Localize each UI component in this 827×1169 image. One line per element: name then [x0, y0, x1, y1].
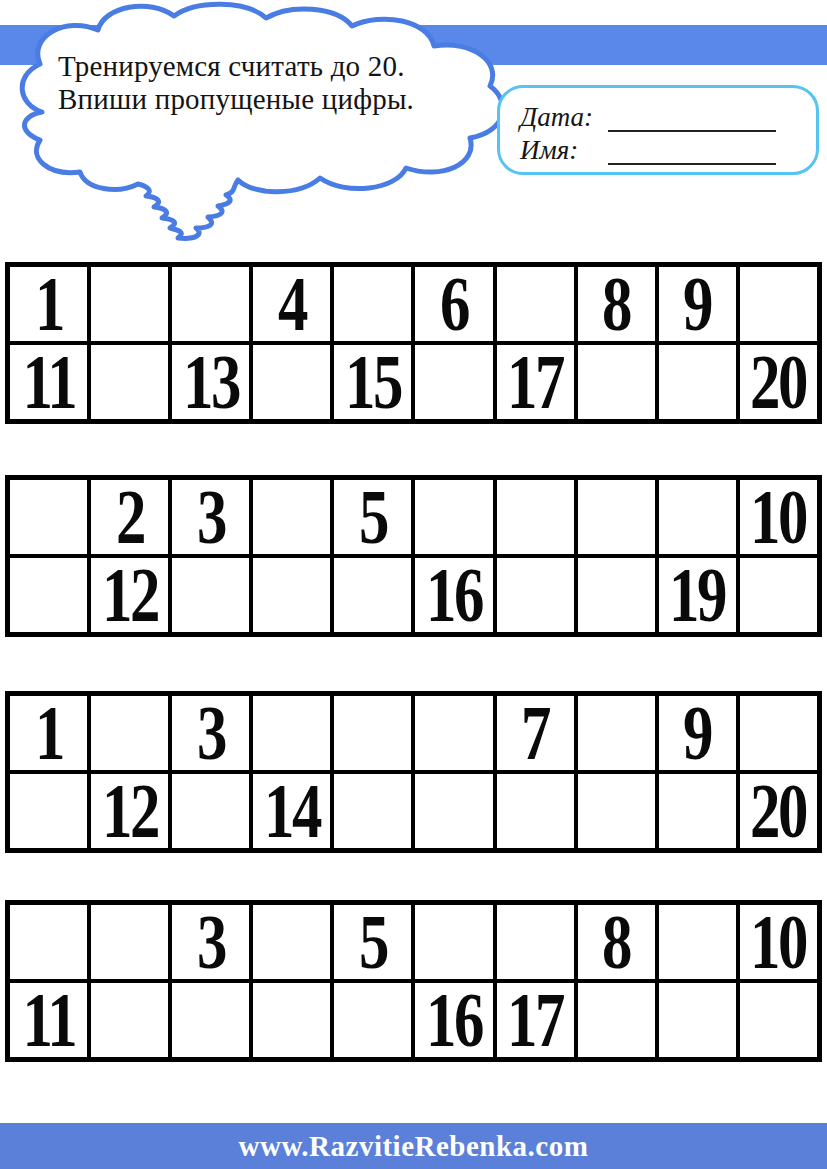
cell-number: 11	[22, 343, 75, 421]
grid1-empty-cell-r1c5[interactable]	[332, 265, 413, 343]
grid3-empty-cell-r2c1[interactable]	[8, 772, 89, 850]
number-grid-4: 35810111617	[5, 900, 822, 1062]
cell-number: 19	[669, 556, 725, 634]
grid1-empty-cell-r2c9[interactable]	[657, 343, 738, 421]
cell-number: 3	[197, 478, 225, 556]
grid1-number-cell-r2c5: 15	[332, 343, 413, 421]
cloud-outline-path	[22, 4, 503, 238]
grid3-number-cell-r2c4: 14	[251, 772, 332, 850]
grid1-number-cell-r2c10: 20	[738, 343, 819, 421]
instruction-line-2: Впиши пропущеные цифры.	[58, 83, 438, 116]
grid3-empty-cell-r2c3[interactable]	[170, 772, 251, 850]
cell-number: 15	[345, 343, 401, 421]
date-label: Дата:	[520, 102, 608, 132]
grid4-empty-cell-r2c3[interactable]	[170, 981, 251, 1059]
number-grid-2: 23510121619	[5, 475, 822, 637]
grid3-number-cell-r2c2: 12	[89, 772, 170, 850]
cell-number: 13	[183, 343, 239, 421]
cell-number: 20	[750, 343, 806, 421]
cell-number: 10	[750, 478, 806, 556]
cell-number: 1	[35, 694, 63, 772]
grid4-empty-cell-r2c8[interactable]	[576, 981, 657, 1059]
grid3-empty-cell-r2c6[interactable]	[413, 772, 494, 850]
cell-number: 9	[683, 694, 711, 772]
cell-number: 17	[507, 343, 563, 421]
grid2-empty-cell-r1c9[interactable]	[657, 478, 738, 556]
grid4-number-cell-r1c5: 5	[332, 903, 413, 981]
grid4-empty-cell-r1c4[interactable]	[251, 903, 332, 981]
cell-number: 14	[264, 772, 320, 850]
grid2-number-cell-r2c2: 12	[89, 556, 170, 634]
grid4-empty-cell-r2c5[interactable]	[332, 981, 413, 1059]
grid2-empty-cell-r2c3[interactable]	[170, 556, 251, 634]
grid2-empty-cell-r2c10[interactable]	[738, 556, 819, 634]
cell-number: 12	[102, 772, 158, 850]
speech-bubble-cloud	[0, 0, 520, 245]
grid4-empty-cell-r2c4[interactable]	[251, 981, 332, 1059]
date-input-line[interactable]	[608, 104, 776, 132]
grid1-number-cell-r1c8: 8	[576, 265, 657, 343]
grid4-number-cell-r2c1: 11	[8, 981, 89, 1059]
grid4-number-cell-r1c10: 10	[738, 903, 819, 981]
grid1-empty-cell-r1c3[interactable]	[170, 265, 251, 343]
grid1-number-cell-r2c1: 11	[8, 343, 89, 421]
grid1-number-cell-r1c6: 6	[413, 265, 494, 343]
date-row: Дата:	[520, 99, 816, 132]
date-name-box: Дата: Имя:	[497, 85, 819, 175]
grid4-empty-cell-r1c1[interactable]	[8, 903, 89, 981]
cell-number: 17	[507, 981, 563, 1059]
name-label: Имя:	[520, 135, 608, 165]
grid2-number-cell-r1c2: 2	[89, 478, 170, 556]
grid3-empty-cell-r2c9[interactable]	[657, 772, 738, 850]
grid2-number-cell-r2c6: 16	[413, 556, 494, 634]
grid3-number-cell-r1c3: 3	[170, 694, 251, 772]
grid3-number-cell-r1c7: 7	[495, 694, 576, 772]
grid3-empty-cell-r1c4[interactable]	[251, 694, 332, 772]
grid1-empty-cell-r1c10[interactable]	[738, 265, 819, 343]
name-row: Имя:	[520, 132, 816, 165]
grid1-empty-cell-r2c6[interactable]	[413, 343, 494, 421]
grid3-number-cell-r1c9: 9	[657, 694, 738, 772]
grid2-empty-cell-r2c4[interactable]	[251, 556, 332, 634]
grid4-number-cell-r2c7: 17	[495, 981, 576, 1059]
grid1-number-cell-r2c7: 17	[495, 343, 576, 421]
cell-number: 1	[35, 265, 63, 343]
grid2-empty-cell-r2c8[interactable]	[576, 556, 657, 634]
grid4-number-cell-r1c8: 8	[576, 903, 657, 981]
grid3-empty-cell-r1c10[interactable]	[738, 694, 819, 772]
cell-number: 5	[359, 903, 387, 981]
grid4-empty-cell-r2c9[interactable]	[657, 981, 738, 1059]
cell-number: 5	[359, 478, 387, 556]
website-url: www.RazvitieRebenka.com	[239, 1130, 589, 1162]
number-grid-1: 146891113151720	[5, 262, 822, 424]
cell-number: 12	[102, 556, 158, 634]
grid2-empty-cell-r1c4[interactable]	[251, 478, 332, 556]
instruction-line-1: Тренируемся считать до 20.	[58, 50, 438, 83]
instructions-text: Тренируемся считать до 20. Впиши пропуще…	[58, 50, 438, 116]
grid2-empty-cell-r1c8[interactable]	[576, 478, 657, 556]
grid3-empty-cell-r1c2[interactable]	[89, 694, 170, 772]
grid3-number-cell-r2c10: 20	[738, 772, 819, 850]
grid2-empty-cell-r2c5[interactable]	[332, 556, 413, 634]
grid1-empty-cell-r2c2[interactable]	[89, 343, 170, 421]
grid3-empty-cell-r1c5[interactable]	[332, 694, 413, 772]
grid4-empty-cell-r2c2[interactable]	[89, 981, 170, 1059]
grid1-empty-cell-r2c8[interactable]	[576, 343, 657, 421]
grid2-number-cell-r1c5: 5	[332, 478, 413, 556]
cell-number: 2	[116, 478, 144, 556]
cell-number: 9	[683, 265, 711, 343]
grid3-empty-cell-r2c5[interactable]	[332, 772, 413, 850]
grid2-number-cell-r1c10: 10	[738, 478, 819, 556]
worksheet-page: Тренируемся считать до 20. Впиши пропуще…	[0, 0, 827, 1169]
cell-number: 16	[426, 981, 482, 1059]
grid3-empty-cell-r1c8[interactable]	[576, 694, 657, 772]
grid1-number-cell-r1c4: 4	[251, 265, 332, 343]
grid1-number-cell-r1c1: 1	[8, 265, 89, 343]
cell-number: 10	[750, 903, 806, 981]
grid2-empty-cell-r2c1[interactable]	[8, 556, 89, 634]
grid1-number-cell-r1c9: 9	[657, 265, 738, 343]
cell-number: 11	[22, 981, 75, 1059]
cell-number: 3	[197, 903, 225, 981]
grid4-number-cell-r1c3: 3	[170, 903, 251, 981]
grid3-empty-cell-r1c6[interactable]	[413, 694, 494, 772]
grid4-empty-cell-r1c2[interactable]	[89, 903, 170, 981]
grid2-empty-cell-r2c7[interactable]	[495, 556, 576, 634]
cell-number: 4	[278, 265, 306, 343]
grid1-empty-cell-r1c7[interactable]	[495, 265, 576, 343]
grid4-empty-cell-r2c10[interactable]	[738, 981, 819, 1059]
cell-number: 8	[602, 265, 630, 343]
grid4-empty-cell-r1c7[interactable]	[495, 903, 576, 981]
number-grid-3: 1379121420	[5, 691, 822, 853]
cell-number: 7	[521, 694, 549, 772]
grid4-number-cell-r2c6: 16	[413, 981, 494, 1059]
cell-number: 6	[440, 265, 468, 343]
cell-number: 8	[602, 903, 630, 981]
grid1-empty-cell-r2c4[interactable]	[251, 343, 332, 421]
grid3-empty-cell-r2c8[interactable]	[576, 772, 657, 850]
grid2-number-cell-r1c3: 3	[170, 478, 251, 556]
grid4-empty-cell-r1c9[interactable]	[657, 903, 738, 981]
grid1-empty-cell-r1c2[interactable]	[89, 265, 170, 343]
cell-number: 20	[750, 772, 806, 850]
grid2-number-cell-r2c9: 19	[657, 556, 738, 634]
grid2-empty-cell-r1c1[interactable]	[8, 478, 89, 556]
name-input-line[interactable]	[608, 137, 776, 165]
grid2-empty-cell-r1c7[interactable]	[495, 478, 576, 556]
grid2-empty-cell-r1c6[interactable]	[413, 478, 494, 556]
footer-bar: www.RazvitieRebenka.com	[0, 1123, 827, 1169]
grid3-number-cell-r1c1: 1	[8, 694, 89, 772]
grid1-number-cell-r2c3: 13	[170, 343, 251, 421]
cell-number: 3	[197, 694, 225, 772]
grid4-empty-cell-r1c6[interactable]	[413, 903, 494, 981]
grid3-empty-cell-r2c7[interactable]	[495, 772, 576, 850]
cell-number: 16	[426, 556, 482, 634]
